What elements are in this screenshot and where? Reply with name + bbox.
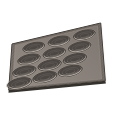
- madeleine-pan-image: [0, 0, 116, 116]
- product-photo: [0, 0, 116, 116]
